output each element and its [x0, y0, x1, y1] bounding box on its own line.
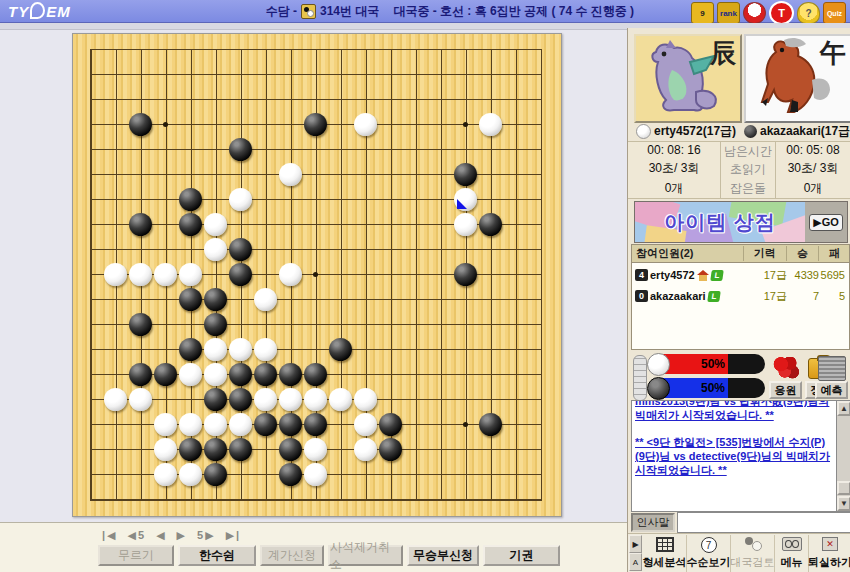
intersection-1-16[interactable] — [103, 437, 128, 462]
intersection-9-5[interactable] — [303, 162, 328, 187]
intersection-12-10[interactable] — [378, 287, 403, 312]
intersection-2-15[interactable] — [128, 412, 153, 437]
intersection-11-16[interactable] — [353, 437, 378, 462]
intersection-10-6[interactable] — [328, 187, 353, 212]
intersection-3-15[interactable] — [153, 412, 178, 437]
intersection-11-13[interactable] — [353, 362, 378, 387]
intersection-10-8[interactable] — [328, 237, 353, 262]
intersection-17-9[interactable] — [503, 262, 528, 287]
intersection-18-12[interactable] — [528, 337, 553, 362]
intersection-8-18[interactable] — [278, 487, 303, 512]
intersection-4-16[interactable] — [178, 437, 203, 462]
intersection-15-6[interactable] — [453, 187, 478, 212]
intersection-8-4[interactable] — [278, 137, 303, 162]
intersection-14-14[interactable] — [428, 387, 453, 412]
intersection-17-11[interactable] — [503, 312, 528, 337]
intersection-15-8[interactable] — [453, 237, 478, 262]
intersection-6-6[interactable] — [228, 187, 253, 212]
intersection-3-8[interactable] — [153, 237, 178, 262]
intersection-7-7[interactable] — [253, 212, 278, 237]
intersection-1-0[interactable] — [103, 37, 128, 62]
help-bulb-icon[interactable]: ? — [797, 2, 820, 24]
intersection-17-5[interactable] — [503, 162, 528, 187]
intersection-12-0[interactable] — [378, 37, 403, 62]
intersection-6-4[interactable] — [228, 137, 253, 162]
intersection-13-1[interactable] — [403, 62, 428, 87]
draw-request-button[interactable]: 무승부신청 — [407, 545, 479, 566]
intersection-15-7[interactable] — [453, 212, 478, 237]
intersection-8-8[interactable] — [278, 237, 303, 262]
intersection-17-18[interactable] — [503, 487, 528, 512]
intersection-10-3[interactable] — [328, 112, 353, 137]
intersection-11-1[interactable] — [353, 62, 378, 87]
intersection-10-5[interactable] — [328, 162, 353, 187]
intersection-6-9[interactable] — [228, 262, 253, 287]
intersection-15-2[interactable] — [453, 87, 478, 112]
intersection-10-11[interactable] — [328, 312, 353, 337]
intersection-3-0[interactable] — [153, 37, 178, 62]
nav-forward-icon[interactable]: ▶ — [177, 529, 187, 542]
intersection-9-18[interactable] — [303, 487, 328, 512]
intersection-1-7[interactable] — [103, 212, 128, 237]
nav-forward5-icon[interactable]: 5▶ — [197, 529, 216, 542]
intersection-7-9[interactable] — [253, 262, 278, 287]
intersection-10-10[interactable] — [328, 287, 353, 312]
intersection-1-13[interactable] — [103, 362, 128, 387]
intersection-10-15[interactable] — [328, 412, 353, 437]
intersection-0-7[interactable] — [78, 212, 103, 237]
intersection-0-9[interactable] — [78, 262, 103, 287]
intersection-5-5[interactable] — [203, 162, 228, 187]
intersection-10-12[interactable] — [328, 337, 353, 362]
intersection-14-11[interactable] — [428, 312, 453, 337]
intersection-8-9[interactable] — [278, 262, 303, 287]
intersection-11-0[interactable] — [353, 37, 378, 62]
intersection-6-15[interactable] — [228, 412, 253, 437]
intersection-6-1[interactable] — [228, 62, 253, 87]
intersection-2-7[interactable] — [128, 212, 153, 237]
intersection-4-12[interactable] — [178, 337, 203, 362]
intersection-17-8[interactable] — [503, 237, 528, 262]
intersection-0-16[interactable] — [78, 437, 103, 462]
pass-button[interactable]: 한수쉼 — [178, 545, 256, 566]
intersection-15-13[interactable] — [453, 362, 478, 387]
greeting-button[interactable]: 인사말 — [631, 513, 675, 532]
intersection-13-9[interactable] — [403, 262, 428, 287]
intersection-15-0[interactable] — [453, 37, 478, 62]
intersection-17-15[interactable] — [503, 412, 528, 437]
intersection-11-6[interactable] — [353, 187, 378, 212]
intersection-1-17[interactable] — [103, 462, 128, 487]
intersection-8-0[interactable] — [278, 37, 303, 62]
intersection-6-8[interactable] — [228, 237, 253, 262]
intersection-3-14[interactable] — [153, 387, 178, 412]
intersection-8-5[interactable] — [278, 162, 303, 187]
intersection-1-6[interactable] — [103, 187, 128, 212]
intersection-9-10[interactable] — [303, 287, 328, 312]
intersection-12-12[interactable] — [378, 337, 403, 362]
intersection-2-2[interactable] — [128, 87, 153, 112]
intersection-16-18[interactable] — [478, 487, 503, 512]
intersection-15-5[interactable] — [453, 162, 478, 187]
intersection-13-3[interactable] — [403, 112, 428, 137]
intersection-16-10[interactable] — [478, 287, 503, 312]
intersection-11-17[interactable] — [353, 462, 378, 487]
intersection-1-4[interactable] — [103, 137, 128, 162]
item-shop-go-button[interactable]: ▶GO — [805, 202, 847, 242]
intersection-7-12[interactable] — [253, 337, 278, 362]
intersection-11-9[interactable] — [353, 262, 378, 287]
intersection-16-15[interactable] — [478, 412, 503, 437]
intersection-14-1[interactable] — [428, 62, 453, 87]
intersection-3-9[interactable] — [153, 262, 178, 287]
intersection-18-14[interactable] — [528, 387, 553, 412]
scroll-thumb[interactable] — [837, 481, 850, 495]
intersection-16-17[interactable] — [478, 462, 503, 487]
intersection-6-17[interactable] — [228, 462, 253, 487]
intersection-15-11[interactable] — [453, 312, 478, 337]
intersection-1-10[interactable] — [103, 287, 128, 312]
intersection-10-2[interactable] — [328, 87, 353, 112]
intersection-3-4[interactable] — [153, 137, 178, 162]
intersection-13-5[interactable] — [403, 162, 428, 187]
intersection-14-5[interactable] — [428, 162, 453, 187]
intersection-3-5[interactable] — [153, 162, 178, 187]
intersection-0-14[interactable] — [78, 387, 103, 412]
intersection-11-2[interactable] — [353, 87, 378, 112]
nav-last-icon[interactable]: ▶| — [226, 529, 242, 542]
intersection-14-6[interactable] — [428, 187, 453, 212]
intersection-8-2[interactable] — [278, 87, 303, 112]
intersection-4-0[interactable] — [178, 37, 203, 62]
intersection-18-18[interactable] — [528, 487, 553, 512]
intersection-2-18[interactable] — [128, 487, 153, 512]
intersection-16-0[interactable] — [478, 37, 503, 62]
intersection-12-9[interactable] — [378, 262, 403, 287]
intersection-5-3[interactable] — [203, 112, 228, 137]
intersection-12-1[interactable] — [378, 62, 403, 87]
intersection-15-1[interactable] — [453, 62, 478, 87]
intersection-0-18[interactable] — [78, 487, 103, 512]
intersection-3-1[interactable] — [153, 62, 178, 87]
intersection-10-18[interactable] — [328, 487, 353, 512]
intersection-16-11[interactable] — [478, 312, 503, 337]
intersection-10-17[interactable] — [328, 462, 353, 487]
intersection-2-11[interactable] — [128, 312, 153, 337]
intersection-17-13[interactable] — [503, 362, 528, 387]
intersection-6-5[interactable] — [228, 162, 253, 187]
intersection-0-8[interactable] — [78, 237, 103, 262]
intersection-4-14[interactable] — [178, 387, 203, 412]
intersection-15-17[interactable] — [453, 462, 478, 487]
intersection-0-17[interactable] — [78, 462, 103, 487]
intersection-0-10[interactable] — [78, 287, 103, 312]
intersection-13-18[interactable] — [403, 487, 428, 512]
intersection-18-8[interactable] — [528, 237, 553, 262]
intersection-5-9[interactable] — [203, 262, 228, 287]
board-intersections[interactable] — [78, 37, 553, 512]
intersection-8-3[interactable] — [278, 112, 303, 137]
intersection-1-12[interactable] — [103, 337, 128, 362]
intersection-18-6[interactable] — [528, 187, 553, 212]
intersection-8-14[interactable] — [278, 387, 303, 412]
intersection-15-9[interactable] — [453, 262, 478, 287]
intersection-12-3[interactable] — [378, 112, 403, 137]
intersection-2-16[interactable] — [128, 437, 153, 462]
participant-row[interactable]: 4 erty4572 L 17급 4339 5695 — [632, 266, 849, 284]
intersection-2-12[interactable] — [128, 337, 153, 362]
intersection-6-16[interactable] — [228, 437, 253, 462]
intersection-0-15[interactable] — [78, 412, 103, 437]
chat-log[interactable]: mms2013(9단)님 vs 답휘不敗(9단)님의 빅매치가 시작되었습니다.… — [631, 400, 838, 512]
intersection-1-2[interactable] — [103, 87, 128, 112]
intersection-2-13[interactable] — [128, 362, 153, 387]
intersection-15-12[interactable] — [453, 337, 478, 362]
intersection-0-11[interactable] — [78, 312, 103, 337]
intersection-16-8[interactable] — [478, 237, 503, 262]
intersection-16-9[interactable] — [478, 262, 503, 287]
intersection-6-7[interactable] — [228, 212, 253, 237]
intersection-3-11[interactable] — [153, 312, 178, 337]
intersection-18-10[interactable] — [528, 287, 553, 312]
font-toggle-button[interactable]: A — [629, 553, 642, 571]
intersection-14-2[interactable] — [428, 87, 453, 112]
intersection-13-7[interactable] — [403, 212, 428, 237]
analysis-button[interactable]: 형세분석 — [643, 535, 687, 572]
intersection-2-5[interactable] — [128, 162, 153, 187]
intersection-18-4[interactable] — [528, 137, 553, 162]
intersection-16-7[interactable] — [478, 212, 503, 237]
intersection-9-6[interactable] — [303, 187, 328, 212]
intersection-18-17[interactable] — [528, 462, 553, 487]
intersection-6-11[interactable] — [228, 312, 253, 337]
intersection-13-8[interactable] — [403, 237, 428, 262]
intersection-4-5[interactable] — [178, 162, 203, 187]
intersection-12-13[interactable] — [378, 362, 403, 387]
intersection-18-7[interactable] — [528, 212, 553, 237]
intersection-5-15[interactable] — [203, 412, 228, 437]
intersection-4-10[interactable] — [178, 287, 203, 312]
intersection-9-2[interactable] — [303, 87, 328, 112]
intersection-2-14[interactable] — [128, 387, 153, 412]
ranking-podium-icon[interactable]: 9 — [691, 2, 714, 24]
intersection-4-3[interactable] — [178, 112, 203, 137]
intersection-11-18[interactable] — [353, 487, 378, 512]
intersection-7-8[interactable] — [253, 237, 278, 262]
intersection-14-13[interactable] — [428, 362, 453, 387]
intersection-3-12[interactable] — [153, 337, 178, 362]
intersection-3-10[interactable] — [153, 287, 178, 312]
intersection-7-17[interactable] — [253, 462, 278, 487]
intersection-5-12[interactable] — [203, 337, 228, 362]
intersection-17-14[interactable] — [503, 387, 528, 412]
intersection-0-0[interactable] — [78, 37, 103, 62]
intersection-12-18[interactable] — [378, 487, 403, 512]
intersection-7-10[interactable] — [253, 287, 278, 312]
intersection-10-16[interactable] — [328, 437, 353, 462]
intersection-8-17[interactable] — [278, 462, 303, 487]
leave-room-button[interactable]: ✕ 퇴실하기 — [809, 535, 850, 572]
intersection-7-2[interactable] — [253, 87, 278, 112]
intersection-5-13[interactable] — [203, 362, 228, 387]
intersection-17-7[interactable] — [503, 212, 528, 237]
intersection-0-13[interactable] — [78, 362, 103, 387]
go-board[interactable] — [72, 33, 562, 517]
intersection-9-8[interactable] — [303, 237, 328, 262]
intersection-9-14[interactable] — [303, 387, 328, 412]
intersection-7-5[interactable] — [253, 162, 278, 187]
intersection-17-3[interactable] — [503, 112, 528, 137]
black-cheer-bar[interactable]: 50% — [649, 378, 765, 398]
intersection-15-18[interactable] — [453, 487, 478, 512]
nav-first-icon[interactable]: |◀ — [102, 529, 118, 542]
intersection-14-10[interactable] — [428, 287, 453, 312]
intersection-6-10[interactable] — [228, 287, 253, 312]
intersection-3-13[interactable] — [153, 362, 178, 387]
intersection-10-4[interactable] — [328, 137, 353, 162]
intersection-13-12[interactable] — [403, 337, 428, 362]
intersection-4-17[interactable] — [178, 462, 203, 487]
intersection-11-15[interactable] — [353, 412, 378, 437]
intersection-4-1[interactable] — [178, 62, 203, 87]
intersection-14-8[interactable] — [428, 237, 453, 262]
intersection-9-1[interactable] — [303, 62, 328, 87]
intersection-18-11[interactable] — [528, 312, 553, 337]
intersection-8-10[interactable] — [278, 287, 303, 312]
intersection-14-17[interactable] — [428, 462, 453, 487]
intersection-16-12[interactable] — [478, 337, 503, 362]
intersection-6-3[interactable] — [228, 112, 253, 137]
intersection-12-17[interactable] — [378, 462, 403, 487]
intersection-15-4[interactable] — [453, 137, 478, 162]
intersection-7-14[interactable] — [253, 387, 278, 412]
intersection-16-5[interactable] — [478, 162, 503, 187]
intersection-18-2[interactable] — [528, 87, 553, 112]
intersection-8-11[interactable] — [278, 312, 303, 337]
intersection-15-14[interactable] — [453, 387, 478, 412]
intersection-14-4[interactable] — [428, 137, 453, 162]
intersection-3-17[interactable] — [153, 462, 178, 487]
intersection-5-11[interactable] — [203, 312, 228, 337]
intersection-16-13[interactable] — [478, 362, 503, 387]
intersection-13-17[interactable] — [403, 462, 428, 487]
intersection-16-4[interactable] — [478, 137, 503, 162]
intersection-7-1[interactable] — [253, 62, 278, 87]
intersection-12-5[interactable] — [378, 162, 403, 187]
intersection-14-0[interactable] — [428, 37, 453, 62]
cheer-button[interactable]: 응원 — [769, 353, 802, 399]
intersection-2-6[interactable] — [128, 187, 153, 212]
scroll-down-icon[interactable]: ▼ — [837, 496, 850, 511]
intersection-10-1[interactable] — [328, 62, 353, 87]
intersection-13-2[interactable] — [403, 87, 428, 112]
intersection-17-10[interactable] — [503, 287, 528, 312]
intersection-5-7[interactable] — [203, 212, 228, 237]
intersection-2-0[interactable] — [128, 37, 153, 62]
intersection-5-16[interactable] — [203, 437, 228, 462]
intersection-11-7[interactable] — [353, 212, 378, 237]
intersection-1-1[interactable] — [103, 62, 128, 87]
intersection-9-12[interactable] — [303, 337, 328, 362]
intersection-9-11[interactable] — [303, 312, 328, 337]
intersection-7-6[interactable] — [253, 187, 278, 212]
intersection-5-8[interactable] — [203, 237, 228, 262]
intersection-6-14[interactable] — [228, 387, 253, 412]
intersection-5-18[interactable] — [203, 487, 228, 512]
intersection-1-9[interactable] — [103, 262, 128, 287]
intersection-5-4[interactable] — [203, 137, 228, 162]
intersection-1-14[interactable] — [103, 387, 128, 412]
intersection-2-8[interactable] — [128, 237, 153, 262]
chat-message[interactable]: mms2013(9단)님 vs 답휘不敗(9단)님의 빅매치가 시작되었습니다.… — [635, 400, 834, 422]
intersection-13-0[interactable] — [403, 37, 428, 62]
intersection-1-11[interactable] — [103, 312, 128, 337]
intersection-13-13[interactable] — [403, 362, 428, 387]
intersection-2-4[interactable] — [128, 137, 153, 162]
intersection-12-8[interactable] — [378, 237, 403, 262]
intersection-12-11[interactable] — [378, 312, 403, 337]
item-shop-banner[interactable]: 아이템 상점 ▶GO — [634, 201, 848, 243]
intersection-11-14[interactable] — [353, 387, 378, 412]
intersection-14-12[interactable] — [428, 337, 453, 362]
intersection-4-15[interactable] — [178, 412, 203, 437]
intersection-8-13[interactable] — [278, 362, 303, 387]
participant-row[interactable]: 0 akazaakari L 17급 7 5 — [632, 287, 849, 305]
intersection-11-8[interactable] — [353, 237, 378, 262]
intersection-1-3[interactable] — [103, 112, 128, 137]
intersection-4-13[interactable] — [178, 362, 203, 387]
intersection-16-3[interactable] — [478, 112, 503, 137]
intersection-0-4[interactable] — [78, 137, 103, 162]
intersection-16-14[interactable] — [478, 387, 503, 412]
intersection-8-7[interactable] — [278, 212, 303, 237]
intersection-18-16[interactable] — [528, 437, 553, 462]
intersection-11-10[interactable] — [353, 287, 378, 312]
intersection-10-9[interactable] — [328, 262, 353, 287]
intersection-3-3[interactable] — [153, 112, 178, 137]
intersection-11-12[interactable] — [353, 337, 378, 362]
rank-trophy-icon[interactable]: rank — [717, 2, 740, 24]
intersection-4-4[interactable] — [178, 137, 203, 162]
intersection-11-3[interactable] — [353, 112, 378, 137]
intersection-8-15[interactable] — [278, 412, 303, 437]
intersection-7-0[interactable] — [253, 37, 278, 62]
intersection-1-18[interactable] — [103, 487, 128, 512]
intersection-6-13[interactable] — [228, 362, 253, 387]
intersection-9-3[interactable] — [303, 112, 328, 137]
intersection-10-7[interactable] — [328, 212, 353, 237]
intersection-5-1[interactable] — [203, 62, 228, 87]
chat-scrollbar[interactable]: ▲ ▼ — [836, 400, 850, 512]
intersection-18-0[interactable] — [528, 37, 553, 62]
intersection-4-8[interactable] — [178, 237, 203, 262]
intersection-4-11[interactable] — [178, 312, 203, 337]
intersection-7-11[interactable] — [253, 312, 278, 337]
intersection-16-1[interactable] — [478, 62, 503, 87]
intersection-14-9[interactable] — [428, 262, 453, 287]
intersection-4-7[interactable] — [178, 212, 203, 237]
intersection-0-6[interactable] — [78, 187, 103, 212]
intersection-11-11[interactable] — [353, 312, 378, 337]
intersection-18-15[interactable] — [528, 412, 553, 437]
move-list-button[interactable]: 7 수순보기 — [687, 535, 731, 572]
intersection-2-1[interactable] — [128, 62, 153, 87]
intersection-14-18[interactable] — [428, 487, 453, 512]
predict-button[interactable]: 예측 — [815, 353, 848, 399]
intersection-13-16[interactable] — [403, 437, 428, 462]
intersection-12-16[interactable] — [378, 437, 403, 462]
intersection-2-3[interactable] — [128, 112, 153, 137]
